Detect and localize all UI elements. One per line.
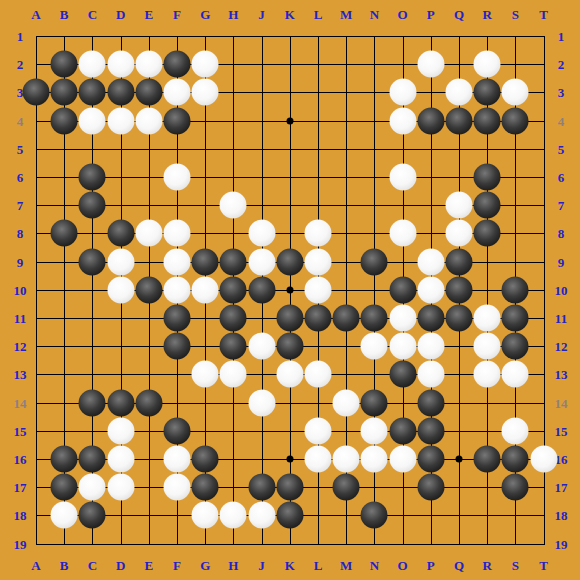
column-label-top: S [512, 8, 519, 21]
row-label-right: 15 [555, 424, 568, 437]
column-label-bottom: D [116, 559, 125, 572]
row-label-right: 3 [558, 86, 565, 99]
row-label-left: 8 [17, 227, 24, 240]
black-stone[interactable] [417, 417, 444, 444]
white-stone[interactable] [164, 164, 191, 191]
black-stone[interactable] [305, 305, 332, 332]
column-label-top: K [285, 8, 295, 21]
black-stone[interactable] [79, 446, 106, 473]
white-stone[interactable] [220, 192, 247, 219]
white-stone[interactable] [305, 276, 332, 303]
white-stone[interactable] [248, 389, 275, 416]
black-stone[interactable] [389, 276, 416, 303]
column-label-bottom: B [60, 559, 69, 572]
white-stone[interactable] [248, 248, 275, 275]
white-stone[interactable] [164, 79, 191, 106]
black-stone[interactable] [417, 389, 444, 416]
white-stone[interactable] [389, 333, 416, 360]
white-stone[interactable] [220, 361, 247, 388]
white-stone[interactable] [417, 361, 444, 388]
white-stone[interactable] [389, 220, 416, 247]
black-stone[interactable] [446, 305, 473, 332]
grid-line-horizontal [36, 544, 545, 545]
star-point [456, 456, 463, 463]
white-stone[interactable] [502, 361, 529, 388]
white-stone[interactable] [502, 79, 529, 106]
row-label-right: 2 [558, 58, 565, 71]
column-label-top: Q [454, 8, 464, 21]
black-stone[interactable] [164, 333, 191, 360]
column-label-bottom: M [340, 559, 352, 572]
black-stone[interactable] [417, 446, 444, 473]
column-label-top: F [173, 8, 181, 21]
black-stone[interactable] [79, 192, 106, 219]
white-stone[interactable] [305, 220, 332, 247]
column-label-top: D [116, 8, 125, 21]
black-stone[interactable] [502, 107, 529, 134]
row-label-right: 4 [558, 114, 565, 127]
black-stone[interactable] [192, 446, 219, 473]
black-stone[interactable] [220, 333, 247, 360]
white-stone[interactable] [51, 502, 78, 529]
white-stone[interactable] [417, 276, 444, 303]
column-label-top: M [340, 8, 352, 21]
black-stone[interactable] [51, 220, 78, 247]
white-stone[interactable] [474, 361, 501, 388]
column-label-bottom: R [482, 559, 491, 572]
black-stone[interactable] [220, 276, 247, 303]
black-stone[interactable] [51, 107, 78, 134]
black-stone[interactable] [389, 361, 416, 388]
column-label-bottom: G [200, 559, 210, 572]
row-label-left: 5 [17, 142, 24, 155]
column-label-top: L [314, 8, 323, 21]
black-stone[interactable] [502, 305, 529, 332]
white-stone[interactable] [164, 446, 191, 473]
row-label-left: 18 [14, 509, 27, 522]
black-stone[interactable] [446, 107, 473, 134]
black-stone[interactable] [361, 502, 388, 529]
white-stone[interactable] [446, 220, 473, 247]
column-label-top: G [200, 8, 210, 21]
column-label-bottom: J [258, 559, 265, 572]
black-stone[interactable] [417, 474, 444, 501]
white-stone[interactable] [305, 248, 332, 275]
row-label-left: 4 [17, 114, 24, 127]
row-label-right: 17 [555, 481, 568, 494]
black-stone[interactable] [502, 276, 529, 303]
black-stone[interactable] [446, 276, 473, 303]
white-stone[interactable] [389, 164, 416, 191]
row-label-left: 2 [17, 58, 24, 71]
column-label-top: C [88, 8, 97, 21]
row-label-left: 10 [14, 283, 27, 296]
black-stone[interactable] [446, 248, 473, 275]
column-label-top: O [398, 8, 408, 21]
black-stone[interactable] [79, 248, 106, 275]
black-stone[interactable] [220, 305, 247, 332]
column-label-bottom: F [173, 559, 181, 572]
white-stone[interactable] [135, 51, 162, 78]
black-stone[interactable] [276, 248, 303, 275]
white-stone[interactable] [276, 361, 303, 388]
white-stone[interactable] [164, 474, 191, 501]
black-stone[interactable] [361, 248, 388, 275]
black-stone[interactable] [276, 305, 303, 332]
black-stone[interactable] [23, 79, 50, 106]
column-label-bottom: A [31, 559, 40, 572]
black-stone[interactable] [79, 79, 106, 106]
white-stone[interactable] [192, 51, 219, 78]
white-stone[interactable] [107, 51, 134, 78]
white-stone[interactable] [474, 333, 501, 360]
black-stone[interactable] [417, 305, 444, 332]
white-stone[interactable] [248, 333, 275, 360]
column-label-top: E [144, 8, 153, 21]
white-stone[interactable] [107, 474, 134, 501]
column-label-top: R [482, 8, 491, 21]
black-stone[interactable] [276, 474, 303, 501]
row-label-right: 11 [555, 312, 567, 325]
row-label-left: 6 [17, 171, 24, 184]
white-stone[interactable] [192, 79, 219, 106]
black-stone[interactable] [361, 305, 388, 332]
black-stone[interactable] [474, 220, 501, 247]
white-stone[interactable] [107, 276, 134, 303]
black-stone[interactable] [79, 164, 106, 191]
black-stone[interactable] [192, 474, 219, 501]
white-stone[interactable] [79, 51, 106, 78]
white-stone[interactable] [474, 51, 501, 78]
row-label-right: 1 [558, 30, 565, 43]
column-label-bottom: T [539, 559, 548, 572]
white-stone[interactable] [192, 276, 219, 303]
column-label-bottom: O [398, 559, 408, 572]
white-stone[interactable] [248, 502, 275, 529]
row-label-right: 19 [555, 537, 568, 550]
white-stone[interactable] [164, 248, 191, 275]
black-stone[interactable] [135, 276, 162, 303]
column-label-bottom: P [427, 559, 435, 572]
row-label-right: 5 [558, 142, 565, 155]
column-label-top: A [31, 8, 40, 21]
row-label-left: 13 [14, 368, 27, 381]
row-label-right: 10 [555, 283, 568, 296]
row-label-left: 7 [17, 199, 24, 212]
star-point [286, 456, 293, 463]
star-point [286, 286, 293, 293]
white-stone[interactable] [389, 305, 416, 332]
row-label-left: 1 [17, 30, 24, 43]
white-stone[interactable] [361, 417, 388, 444]
row-label-left: 14 [14, 396, 27, 409]
black-stone[interactable] [164, 417, 191, 444]
white-stone[interactable] [446, 79, 473, 106]
white-stone[interactable] [417, 333, 444, 360]
column-label-top: H [228, 8, 238, 21]
black-stone[interactable] [389, 417, 416, 444]
white-stone[interactable] [220, 502, 247, 529]
black-stone[interactable] [51, 446, 78, 473]
row-label-left: 19 [14, 537, 27, 550]
black-stone[interactable] [276, 333, 303, 360]
black-stone[interactable] [51, 474, 78, 501]
row-label-right: 6 [558, 171, 565, 184]
white-stone[interactable] [192, 502, 219, 529]
go-board[interactable]: AABBCCDDEEFFGGHHJJKKLLMMNNOOPPQQRRSSTT11… [0, 0, 580, 580]
white-stone[interactable] [107, 446, 134, 473]
black-stone[interactable] [135, 79, 162, 106]
column-label-bottom: L [314, 559, 323, 572]
white-stone[interactable] [333, 389, 360, 416]
column-label-bottom: N [370, 559, 379, 572]
white-stone[interactable] [305, 361, 332, 388]
black-stone[interactable] [51, 51, 78, 78]
white-stone[interactable] [417, 248, 444, 275]
column-label-bottom: E [144, 559, 153, 572]
column-label-top: J [258, 8, 265, 21]
white-stone[interactable] [361, 446, 388, 473]
column-label-top: P [427, 8, 435, 21]
column-label-bottom: Q [454, 559, 464, 572]
row-label-left: 15 [14, 424, 27, 437]
black-stone[interactable] [361, 389, 388, 416]
white-stone[interactable] [502, 417, 529, 444]
black-stone[interactable] [474, 164, 501, 191]
row-label-right: 12 [555, 340, 568, 353]
white-stone[interactable] [305, 446, 332, 473]
white-stone[interactable] [164, 276, 191, 303]
white-stone[interactable] [192, 361, 219, 388]
black-stone[interactable] [474, 107, 501, 134]
column-label-bottom: K [285, 559, 295, 572]
white-stone[interactable] [333, 446, 360, 473]
black-stone[interactable] [220, 248, 247, 275]
black-stone[interactable] [474, 446, 501, 473]
row-label-left: 9 [17, 255, 24, 268]
black-stone[interactable] [502, 333, 529, 360]
black-stone[interactable] [276, 502, 303, 529]
row-label-right: 8 [558, 227, 565, 240]
white-stone[interactable] [107, 417, 134, 444]
black-stone[interactable] [333, 305, 360, 332]
white-stone[interactable] [389, 446, 416, 473]
black-stone[interactable] [107, 79, 134, 106]
white-stone[interactable] [446, 192, 473, 219]
white-stone[interactable] [361, 333, 388, 360]
white-stone[interactable] [135, 220, 162, 247]
white-stone[interactable] [530, 446, 557, 473]
white-stone[interactable] [389, 107, 416, 134]
row-label-left: 17 [14, 481, 27, 494]
black-stone[interactable] [333, 474, 360, 501]
black-stone[interactable] [135, 389, 162, 416]
white-stone[interactable] [248, 220, 275, 247]
black-stone[interactable] [164, 305, 191, 332]
row-label-right: 9 [558, 255, 565, 268]
white-stone[interactable] [107, 248, 134, 275]
white-stone[interactable] [135, 107, 162, 134]
column-label-bottom: C [88, 559, 97, 572]
black-stone[interactable] [79, 502, 106, 529]
white-stone[interactable] [389, 79, 416, 106]
black-stone[interactable] [417, 107, 444, 134]
column-label-top: B [60, 8, 69, 21]
black-stone[interactable] [502, 474, 529, 501]
black-stone[interactable] [474, 79, 501, 106]
star-point [286, 117, 293, 124]
white-stone[interactable] [107, 107, 134, 134]
black-stone[interactable] [502, 446, 529, 473]
black-stone[interactable] [51, 79, 78, 106]
row-label-right: 18 [555, 509, 568, 522]
white-stone[interactable] [79, 474, 106, 501]
column-label-top: T [539, 8, 548, 21]
black-stone[interactable] [164, 107, 191, 134]
row-label-left: 12 [14, 340, 27, 353]
column-label-top: N [370, 8, 379, 21]
row-label-right: 13 [555, 368, 568, 381]
row-label-left: 16 [14, 453, 27, 466]
black-stone[interactable] [79, 389, 106, 416]
black-stone[interactable] [164, 51, 191, 78]
black-stone[interactable] [474, 192, 501, 219]
black-stone[interactable] [192, 248, 219, 275]
white-stone[interactable] [305, 417, 332, 444]
white-stone[interactable] [164, 220, 191, 247]
row-label-right: 14 [555, 396, 568, 409]
column-label-bottom: S [512, 559, 519, 572]
black-stone[interactable] [248, 276, 275, 303]
row-label-right: 7 [558, 199, 565, 212]
white-stone[interactable] [79, 107, 106, 134]
black-stone[interactable] [248, 474, 275, 501]
black-stone[interactable] [107, 220, 134, 247]
white-stone[interactable] [474, 305, 501, 332]
white-stone[interactable] [417, 51, 444, 78]
black-stone[interactable] [107, 389, 134, 416]
column-label-bottom: H [228, 559, 238, 572]
row-label-left: 11 [14, 312, 26, 325]
